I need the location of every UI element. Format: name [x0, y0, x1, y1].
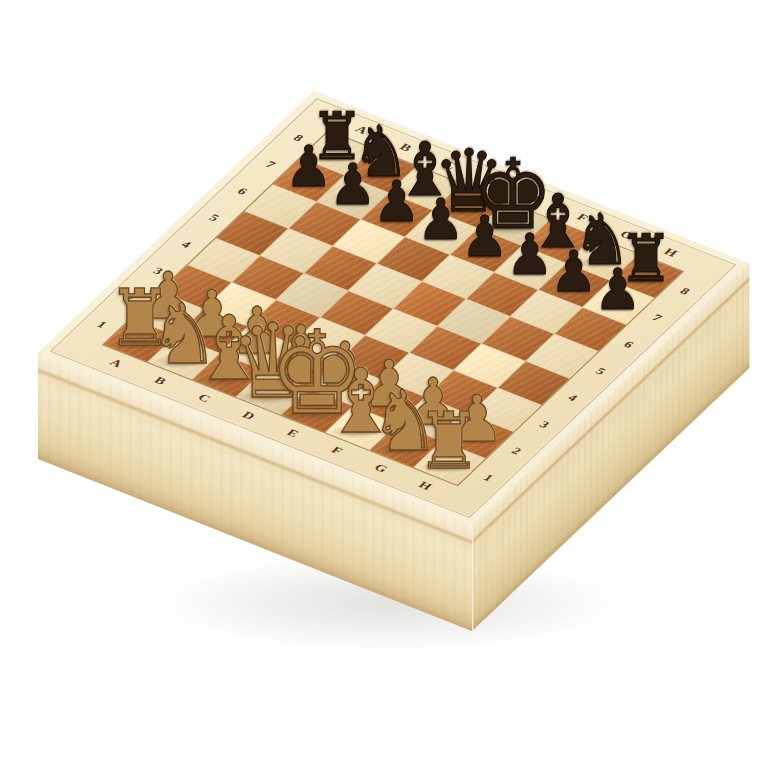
product-photo-scene: AA11BB22CC33DD44EE55FF66GG77HH88 ♜♞♝♛♚♝♞…	[0, 0, 775, 775]
black-pawn-d7[interactable]: ♟	[418, 191, 465, 248]
black-pawn-a7[interactable]: ♟	[285, 138, 332, 195]
black-pawn-e7[interactable]: ♟	[462, 208, 509, 265]
black-pawn-h7[interactable]: ♟	[594, 261, 641, 318]
black-pawn-b7[interactable]: ♟	[329, 156, 376, 213]
white-rook-h1[interactable]: ♜	[417, 402, 482, 480]
pieces-layer: ♜♞♝♛♚♝♞♜♟♟♟♟♟♟♟♟♟♟♟♟♟♟♟♟♜♞♝♛♚♝♞♜	[0, 0, 775, 775]
black-pawn-c7[interactable]: ♟	[373, 173, 420, 230]
black-pawn-g7[interactable]: ♟	[550, 243, 597, 300]
black-pawn-f7[interactable]: ♟	[506, 226, 553, 283]
